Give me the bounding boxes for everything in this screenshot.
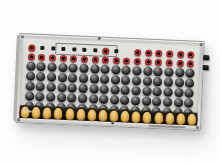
- banana-jack[interactable]: [113, 57, 120, 64]
- knob[interactable]: [122, 65, 131, 74]
- banana-jack[interactable]: [176, 59, 183, 66]
- test-point: [93, 48, 97, 52]
- knob[interactable]: [36, 81, 45, 90]
- knob[interactable]: [79, 63, 88, 72]
- banana-jack[interactable]: [177, 50, 184, 57]
- test-point: [83, 48, 87, 52]
- knob[interactable]: [26, 71, 35, 80]
- banana-jack[interactable]: [49, 54, 56, 61]
- knob[interactable]: [68, 83, 77, 92]
- knob[interactable]: [36, 71, 45, 80]
- banana-jack[interactable]: [38, 53, 45, 60]
- knob[interactable]: [163, 97, 172, 106]
- knob[interactable]: [100, 74, 109, 83]
- knob[interactable]: [58, 72, 67, 81]
- knob[interactable]: [78, 83, 87, 92]
- knob[interactable]: [57, 82, 66, 91]
- corner-screw: [200, 43, 203, 46]
- model-text-illegible: [149, 125, 185, 128]
- test-point: [72, 47, 76, 51]
- knob[interactable]: [58, 62, 67, 71]
- top-center-screw: [98, 37, 101, 39]
- banana-jack[interactable]: [187, 60, 194, 67]
- side-jack[interactable]: [203, 65, 209, 70]
- knob[interactable]: [25, 81, 34, 90]
- corner-screw: [21, 35, 24, 38]
- knob[interactable]: [174, 97, 183, 106]
- knob[interactable]: [132, 75, 141, 84]
- banana-jack[interactable]: [123, 57, 130, 64]
- knob[interactable]: [174, 77, 183, 86]
- knob[interactable]: [185, 78, 194, 87]
- knob[interactable]: [185, 68, 194, 77]
- knob[interactable]: [120, 95, 129, 104]
- knob[interactable]: [143, 76, 152, 85]
- knob[interactable]: [154, 66, 163, 75]
- knob[interactable]: [142, 86, 151, 95]
- corner-screw: [196, 126, 199, 129]
- knob[interactable]: [47, 72, 56, 81]
- knob[interactable]: [110, 95, 119, 104]
- knob[interactable]: [153, 76, 162, 85]
- knob[interactable]: [57, 92, 66, 101]
- test-point: [61, 47, 65, 51]
- knob[interactable]: [90, 64, 99, 73]
- banana-jack[interactable]: [81, 55, 88, 62]
- side-jack[interactable]: [203, 55, 209, 60]
- knob[interactable]: [78, 93, 87, 102]
- banana-jack[interactable]: [28, 53, 35, 60]
- product-photo: [0, 0, 220, 163]
- knob[interactable]: [142, 96, 151, 105]
- knob[interactable]: [163, 87, 172, 96]
- banana-jack[interactable]: [102, 56, 109, 63]
- knob[interactable]: [69, 63, 78, 72]
- knob[interactable]: [110, 85, 119, 94]
- banana-jack[interactable]: [91, 56, 98, 63]
- knob[interactable]: [131, 95, 140, 104]
- knob[interactable]: [26, 61, 35, 70]
- banana-jack[interactable]: [155, 58, 162, 65]
- knob[interactable]: [67, 93, 76, 102]
- banana-jack[interactable]: [134, 49, 141, 56]
- test-point: [40, 46, 44, 50]
- knob[interactable]: [164, 67, 173, 76]
- banana-jack[interactable]: [59, 54, 66, 61]
- banana-jack[interactable]: [28, 44, 35, 51]
- banana-jack[interactable]: [144, 58, 151, 65]
- knob[interactable]: [100, 84, 109, 93]
- knob[interactable]: [89, 74, 98, 83]
- knob[interactable]: [89, 94, 98, 103]
- banana-jack[interactable]: [145, 49, 152, 56]
- knob[interactable]: [25, 91, 34, 100]
- knob[interactable]: [111, 65, 120, 74]
- knob[interactable]: [143, 66, 152, 75]
- knob[interactable]: [184, 98, 193, 107]
- banana-jack[interactable]: [134, 58, 141, 65]
- knob[interactable]: [132, 65, 141, 74]
- banana-jack[interactable]: [187, 51, 194, 58]
- knob[interactable]: [47, 62, 56, 71]
- banana-jack[interactable]: [70, 55, 77, 62]
- knob[interactable]: [185, 88, 194, 97]
- knob[interactable]: [152, 96, 161, 105]
- knob[interactable]: [99, 94, 108, 103]
- knob[interactable]: [131, 85, 140, 94]
- knob[interactable]: [101, 64, 110, 73]
- banana-jack[interactable]: [155, 49, 162, 56]
- knob[interactable]: [47, 82, 56, 91]
- knob[interactable]: [174, 87, 183, 96]
- knob[interactable]: [89, 84, 98, 93]
- knob[interactable]: [79, 73, 88, 82]
- banana-jack[interactable]: [166, 50, 173, 57]
- knob[interactable]: [46, 92, 55, 101]
- knob[interactable]: [36, 91, 45, 100]
- knob[interactable]: [164, 77, 173, 86]
- bottom-center-screw: [111, 122, 114, 124]
- strip-logo-mark: [24, 110, 32, 112]
- knob[interactable]: [37, 61, 46, 70]
- corner-screw: [17, 118, 20, 121]
- sequencer-device: [15, 33, 205, 131]
- knob[interactable]: [111, 75, 120, 84]
- test-point: [51, 46, 55, 50]
- banana-jack[interactable]: [102, 47, 109, 54]
- knob[interactable]: [175, 67, 184, 76]
- control-panel: [20, 37, 201, 113]
- knob[interactable]: [121, 75, 130, 84]
- test-point: [115, 49, 119, 53]
- knob[interactable]: [68, 73, 77, 82]
- knob[interactable]: [121, 85, 130, 94]
- banana-jack[interactable]: [166, 59, 173, 66]
- knob[interactable]: [153, 86, 162, 95]
